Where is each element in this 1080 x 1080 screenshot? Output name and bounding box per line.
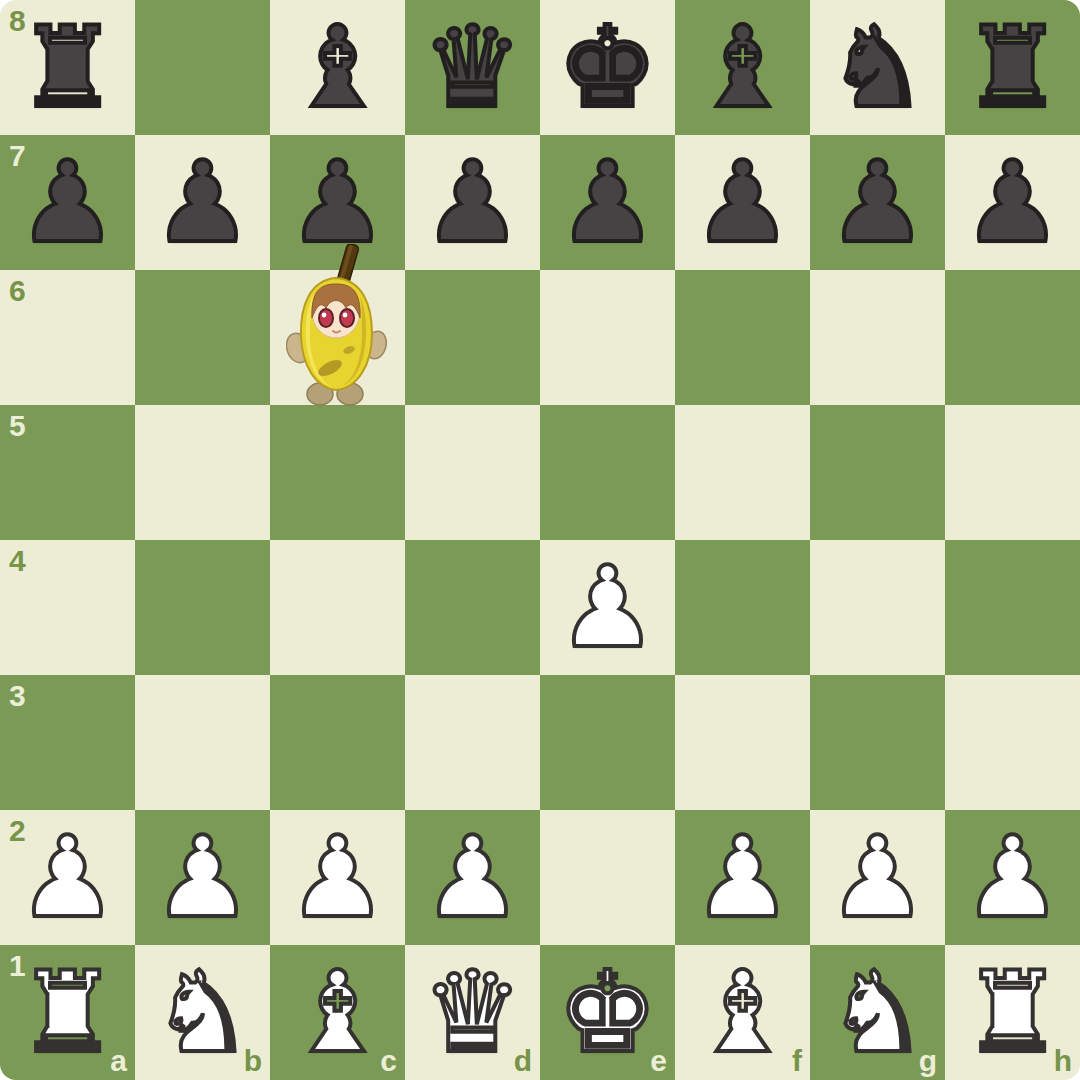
banana-costume-knight-piece[interactable] xyxy=(286,244,388,406)
square-g4[interactable] xyxy=(810,540,945,675)
square-h5[interactable] xyxy=(945,405,1080,540)
square-d4[interactable] xyxy=(405,540,540,675)
chess-board: 8♜♝♛♚♝♞♜7♟♟♟♟♟♟♟♟6 xyxy=(0,0,1080,1080)
square-g6[interactable] xyxy=(810,270,945,405)
square-g7[interactable]: ♟ xyxy=(810,135,945,270)
rank-label-4: 4 xyxy=(9,546,26,576)
piece-black-rook-h8[interactable]: ♜ xyxy=(945,0,1080,135)
square-g8[interactable]: ♞ xyxy=(810,0,945,135)
square-c1[interactable]: c♝ xyxy=(270,945,405,1080)
square-e5[interactable] xyxy=(540,405,675,540)
piece-white-bishop-c1[interactable]: ♝ xyxy=(270,945,405,1080)
rank-label-3: 3 xyxy=(9,681,26,711)
square-e2[interactable] xyxy=(540,810,675,945)
square-f1[interactable]: f♝ xyxy=(675,945,810,1080)
piece-black-pawn-a7[interactable]: ♟ xyxy=(0,135,135,270)
square-h3[interactable] xyxy=(945,675,1080,810)
rank-label-6: 6 xyxy=(9,276,26,306)
piece-white-knight-b1[interactable]: ♞ xyxy=(135,945,270,1080)
square-b1[interactable]: b♞ xyxy=(135,945,270,1080)
square-a4[interactable]: 4 xyxy=(0,540,135,675)
square-g5[interactable] xyxy=(810,405,945,540)
square-a2[interactable]: 2♟ xyxy=(0,810,135,945)
square-c8[interactable]: ♝ xyxy=(270,0,405,135)
piece-white-pawn-g2[interactable]: ♟ xyxy=(810,810,945,945)
piece-white-pawn-h2[interactable]: ♟ xyxy=(945,810,1080,945)
piece-black-bishop-c8[interactable]: ♝ xyxy=(270,0,405,135)
square-a6[interactable]: 6 xyxy=(0,270,135,405)
square-f6[interactable] xyxy=(675,270,810,405)
square-c2[interactable]: ♟ xyxy=(270,810,405,945)
piece-white-pawn-f2[interactable]: ♟ xyxy=(675,810,810,945)
square-h2[interactable]: ♟ xyxy=(945,810,1080,945)
square-h7[interactable]: ♟ xyxy=(945,135,1080,270)
piece-white-king-e1[interactable]: ♚ xyxy=(540,945,675,1080)
square-d1[interactable]: d♛ xyxy=(405,945,540,1080)
piece-black-pawn-d7[interactable]: ♟ xyxy=(405,135,540,270)
square-b4[interactable] xyxy=(135,540,270,675)
square-f3[interactable] xyxy=(675,675,810,810)
square-d2[interactable]: ♟ xyxy=(405,810,540,945)
piece-black-king-e8[interactable]: ♚ xyxy=(540,0,675,135)
square-e8[interactable]: ♚ xyxy=(540,0,675,135)
piece-black-knight-g8[interactable]: ♞ xyxy=(810,0,945,135)
piece-white-queen-d1[interactable]: ♛ xyxy=(405,945,540,1080)
square-e4[interactable]: ♟ xyxy=(540,540,675,675)
piece-black-pawn-h7[interactable]: ♟ xyxy=(945,135,1080,270)
square-e3[interactable] xyxy=(540,675,675,810)
square-h8[interactable]: ♜ xyxy=(945,0,1080,135)
square-b7[interactable]: ♟ xyxy=(135,135,270,270)
piece-white-pawn-d2[interactable]: ♟ xyxy=(405,810,540,945)
piece-black-pawn-b7[interactable]: ♟ xyxy=(135,135,270,270)
square-b2[interactable]: ♟ xyxy=(135,810,270,945)
square-f5[interactable] xyxy=(675,405,810,540)
square-c5[interactable] xyxy=(270,405,405,540)
piece-white-pawn-c2[interactable]: ♟ xyxy=(270,810,405,945)
square-d6[interactable] xyxy=(405,270,540,405)
piece-white-bishop-f1[interactable]: ♝ xyxy=(675,945,810,1080)
piece-white-pawn-e4[interactable]: ♟ xyxy=(540,540,675,675)
square-d8[interactable]: ♛ xyxy=(405,0,540,135)
square-h4[interactable] xyxy=(945,540,1080,675)
piece-white-knight-g1[interactable]: ♞ xyxy=(810,945,945,1080)
square-c4[interactable] xyxy=(270,540,405,675)
square-b8[interactable] xyxy=(135,0,270,135)
square-e1[interactable]: e♚ xyxy=(540,945,675,1080)
square-c6[interactable] xyxy=(270,270,405,405)
piece-white-rook-a1[interactable]: ♜ xyxy=(0,945,135,1080)
square-a1[interactable]: 1a♜ xyxy=(0,945,135,1080)
piece-white-pawn-a2[interactable]: ♟ xyxy=(0,810,135,945)
square-a3[interactable]: 3 xyxy=(0,675,135,810)
piece-black-bishop-f8[interactable]: ♝ xyxy=(675,0,810,135)
piece-black-pawn-e7[interactable]: ♟ xyxy=(540,135,675,270)
square-f2[interactable]: ♟ xyxy=(675,810,810,945)
square-e6[interactable] xyxy=(540,270,675,405)
piece-black-pawn-g7[interactable]: ♟ xyxy=(810,135,945,270)
square-f7[interactable]: ♟ xyxy=(675,135,810,270)
piece-black-queen-d8[interactable]: ♛ xyxy=(405,0,540,135)
square-d7[interactable]: ♟ xyxy=(405,135,540,270)
piece-black-rook-a8[interactable]: ♜ xyxy=(0,0,135,135)
square-c3[interactable] xyxy=(270,675,405,810)
square-d5[interactable] xyxy=(405,405,540,540)
piece-white-rook-h1[interactable]: ♜ xyxy=(945,945,1080,1080)
square-f8[interactable]: ♝ xyxy=(675,0,810,135)
square-g3[interactable] xyxy=(810,675,945,810)
square-d3[interactable] xyxy=(405,675,540,810)
square-f4[interactable] xyxy=(675,540,810,675)
square-b6[interactable] xyxy=(135,270,270,405)
square-b5[interactable] xyxy=(135,405,270,540)
banana-character-graphic xyxy=(286,244,388,406)
square-a5[interactable]: 5 xyxy=(0,405,135,540)
square-b3[interactable] xyxy=(135,675,270,810)
square-h6[interactable] xyxy=(945,270,1080,405)
square-e7[interactable]: ♟ xyxy=(540,135,675,270)
square-g2[interactable]: ♟ xyxy=(810,810,945,945)
piece-white-pawn-b2[interactable]: ♟ xyxy=(135,810,270,945)
rank-label-5: 5 xyxy=(9,411,26,441)
square-a7[interactable]: 7♟ xyxy=(0,135,135,270)
square-a8[interactable]: 8♜ xyxy=(0,0,135,135)
square-g1[interactable]: g♞ xyxy=(810,945,945,1080)
square-h1[interactable]: h♜ xyxy=(945,945,1080,1080)
piece-black-pawn-f7[interactable]: ♟ xyxy=(675,135,810,270)
